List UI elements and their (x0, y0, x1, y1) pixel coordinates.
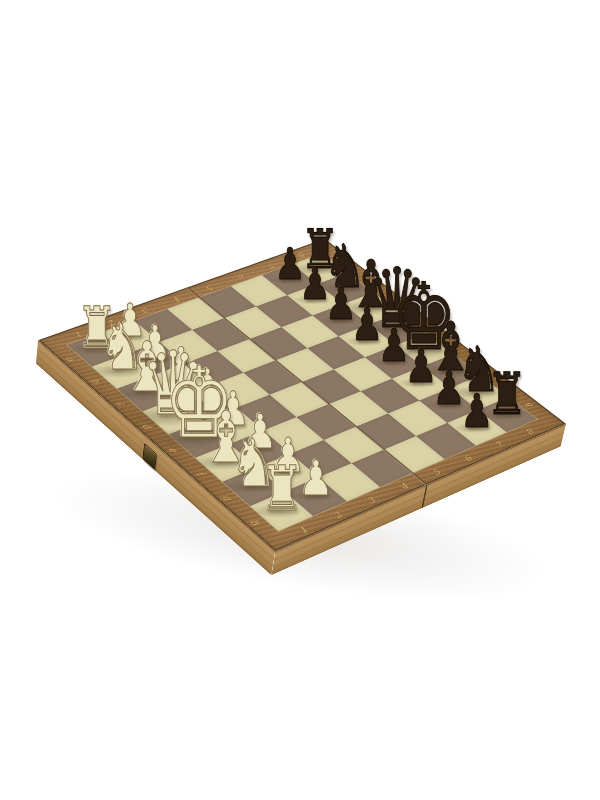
board-square (384, 436, 444, 473)
board-square (210, 373, 269, 408)
coordinate-label: 8 (295, 251, 306, 258)
coordinate-label: 5 (203, 283, 215, 290)
chess-set: aa11bb22cc33dd44ee55ff66gg77hh88 (86, 166, 518, 598)
board-square (263, 417, 323, 453)
coordinate-label: 7 (492, 440, 505, 448)
coordinate-label: 4 (171, 295, 183, 302)
board-square (151, 363, 210, 398)
coordinate-label: 6 (461, 454, 474, 462)
coordinate-label: a (65, 355, 78, 362)
board-square (195, 444, 257, 482)
coordinate-label: 4 (397, 482, 410, 491)
board-square (324, 427, 384, 464)
board-3d: aa11bb22cc33dd44ee55ff66gg77hh88 (38, 239, 566, 552)
coordinate-label: 1 (296, 525, 309, 534)
coordinate-label: 8 (523, 427, 536, 435)
board-square (356, 413, 416, 449)
coordinate-label: 3 (139, 306, 151, 313)
brass-clasp (143, 443, 157, 470)
board-square (291, 440, 352, 477)
board-square (318, 463, 380, 501)
coordinate-label: f (194, 470, 206, 476)
coordinate-label: e (441, 338, 453, 344)
coordinate-label: 2 (331, 510, 344, 519)
board-square (447, 410, 506, 446)
board-square (388, 401, 447, 436)
coordinate-label: e (167, 446, 180, 453)
board-square (257, 454, 319, 492)
board-square (230, 430, 291, 467)
board-square (237, 395, 297, 431)
fold-seam-side (421, 485, 427, 508)
coordinate-label: d (414, 317, 426, 323)
coordinate-label: h (523, 401, 536, 408)
board-square (143, 398, 203, 434)
board-square (92, 354, 151, 389)
coordinate-label: c (115, 400, 128, 407)
coordinate-label: b (362, 277, 374, 283)
coordinate-label: h (249, 518, 263, 526)
board-square (203, 408, 263, 444)
coordinate-label: b (89, 377, 102, 384)
coordinate-label: f (469, 359, 479, 364)
board-square (223, 468, 285, 507)
board-square (296, 404, 356, 440)
board-square (117, 376, 177, 411)
coordinate-label: 2 (106, 318, 118, 325)
board-square (285, 477, 347, 516)
coordinate-label: 7 (265, 261, 277, 268)
board-square (352, 450, 413, 487)
board-square (416, 423, 476, 459)
coordinate-label: 1 (72, 330, 84, 338)
board-squares (67, 254, 536, 531)
board-frame: aa11bb22cc33dd44ee55ff66gg77hh88 (38, 239, 566, 552)
board-square (169, 421, 230, 458)
coordinate-label: g (221, 493, 235, 501)
coordinate-label: c (388, 297, 400, 303)
coordinate-label: a (336, 258, 348, 264)
product-photo: { "game": "chess", "scene_description": … (0, 0, 600, 800)
coordinate-label: 3 (364, 496, 377, 505)
coordinate-label: d (140, 422, 153, 429)
board-square (329, 391, 388, 426)
board-square (250, 492, 313, 531)
coordinate-label: 6 (234, 272, 246, 279)
coordinate-label: g (495, 380, 507, 387)
coordinate-label: 5 (429, 468, 442, 476)
perspective-container: aa11bb22cc33dd44ee55ff66gg77hh88 (86, 166, 518, 598)
board-square (270, 382, 329, 417)
board-square (177, 385, 237, 421)
